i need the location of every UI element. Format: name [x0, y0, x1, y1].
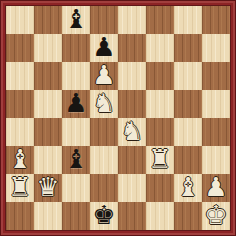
- square-a8[interactable]: [6, 6, 34, 34]
- square-g4[interactable]: [174, 118, 202, 146]
- square-d5[interactable]: ♞: [90, 90, 118, 118]
- square-d7[interactable]: ♟: [90, 34, 118, 62]
- black-bishop[interactable]: ♝: [64, 145, 87, 173]
- white-knight[interactable]: ♞: [120, 117, 143, 145]
- square-h7[interactable]: [202, 34, 230, 62]
- square-d2[interactable]: [90, 174, 118, 202]
- square-g3[interactable]: [174, 146, 202, 174]
- square-f1[interactable]: [146, 202, 174, 230]
- white-pawn[interactable]: ♟: [204, 173, 227, 201]
- square-a2[interactable]: ♜: [6, 174, 34, 202]
- square-f3[interactable]: ♜: [146, 146, 174, 174]
- square-a7[interactable]: [6, 34, 34, 62]
- square-f8[interactable]: [146, 6, 174, 34]
- white-rook[interactable]: ♜: [148, 145, 171, 173]
- square-d6[interactable]: ♟: [90, 62, 118, 90]
- square-e3[interactable]: [118, 146, 146, 174]
- square-h5[interactable]: [202, 90, 230, 118]
- square-f6[interactable]: [146, 62, 174, 90]
- square-d8[interactable]: [90, 6, 118, 34]
- square-c6[interactable]: [62, 62, 90, 90]
- square-e7[interactable]: [118, 34, 146, 62]
- white-pawn[interactable]: ♟: [92, 61, 115, 89]
- square-b3[interactable]: [34, 146, 62, 174]
- square-b8[interactable]: [34, 6, 62, 34]
- square-b2[interactable]: ♛: [34, 174, 62, 202]
- square-g8[interactable]: [174, 6, 202, 34]
- square-f7[interactable]: [146, 34, 174, 62]
- square-g6[interactable]: [174, 62, 202, 90]
- square-b7[interactable]: [34, 34, 62, 62]
- square-b1[interactable]: [34, 202, 62, 230]
- black-pawn[interactable]: ♟: [92, 33, 115, 61]
- black-bishop[interactable]: ♝: [64, 5, 87, 33]
- square-c5[interactable]: ♟: [62, 90, 90, 118]
- square-a3[interactable]: ♝: [6, 146, 34, 174]
- square-g2[interactable]: ♝: [174, 174, 202, 202]
- square-a1[interactable]: [6, 202, 34, 230]
- square-e4[interactable]: ♞: [118, 118, 146, 146]
- square-b5[interactable]: [34, 90, 62, 118]
- square-h2[interactable]: ♟: [202, 174, 230, 202]
- white-knight[interactable]: ♞: [92, 89, 115, 117]
- square-d4[interactable]: [90, 118, 118, 146]
- square-b6[interactable]: [34, 62, 62, 90]
- square-e2[interactable]: [118, 174, 146, 202]
- square-f2[interactable]: [146, 174, 174, 202]
- white-bishop[interactable]: ♝: [8, 145, 31, 173]
- square-a5[interactable]: [6, 90, 34, 118]
- square-a4[interactable]: [6, 118, 34, 146]
- square-h8[interactable]: [202, 6, 230, 34]
- square-b4[interactable]: [34, 118, 62, 146]
- white-king[interactable]: ♚: [204, 201, 227, 229]
- white-bishop[interactable]: ♝: [176, 173, 199, 201]
- square-a6[interactable]: [6, 62, 34, 90]
- square-g1[interactable]: [174, 202, 202, 230]
- square-e1[interactable]: [118, 202, 146, 230]
- square-g7[interactable]: [174, 34, 202, 62]
- square-c2[interactable]: [62, 174, 90, 202]
- square-f5[interactable]: [146, 90, 174, 118]
- square-c1[interactable]: [62, 202, 90, 230]
- square-d1[interactable]: ♚: [90, 202, 118, 230]
- square-h4[interactable]: [202, 118, 230, 146]
- black-pawn[interactable]: ♟: [64, 89, 87, 117]
- square-e6[interactable]: [118, 62, 146, 90]
- square-c7[interactable]: [62, 34, 90, 62]
- square-c8[interactable]: ♝: [62, 6, 90, 34]
- square-c4[interactable]: [62, 118, 90, 146]
- square-e8[interactable]: [118, 6, 146, 34]
- square-h3[interactable]: [202, 146, 230, 174]
- board-frame: ♝♟♟♟♞♞♝♝♜♜♛♝♟♚♚: [0, 0, 236, 236]
- square-f4[interactable]: [146, 118, 174, 146]
- white-queen[interactable]: ♛: [36, 173, 59, 201]
- white-rook[interactable]: ♜: [8, 173, 31, 201]
- square-g5[interactable]: [174, 90, 202, 118]
- square-h1[interactable]: ♚: [202, 202, 230, 230]
- black-king[interactable]: ♚: [92, 201, 115, 229]
- chess-board: ♝♟♟♟♞♞♝♝♜♜♛♝♟♚♚: [6, 6, 230, 230]
- square-e5[interactable]: [118, 90, 146, 118]
- square-h6[interactable]: [202, 62, 230, 90]
- square-c3[interactable]: ♝: [62, 146, 90, 174]
- square-d3[interactable]: [90, 146, 118, 174]
